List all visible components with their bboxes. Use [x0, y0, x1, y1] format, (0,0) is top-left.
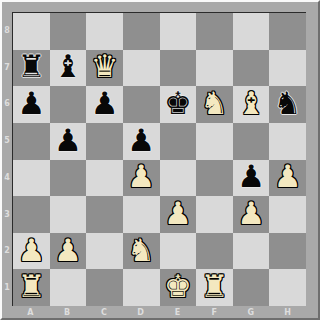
- piece-white-rook-f1[interactable]: ♜: [201, 271, 229, 302]
- piece-black-pawn-c6[interactable]: ♟: [91, 88, 119, 119]
- chess-board: ♜♝♛♟♟♚♞♝♞♟♟♟♟♟♟♟♟♟♞♜♚♜: [12, 12, 306, 306]
- piece-white-pawn-h4[interactable]: ♟: [274, 161, 302, 192]
- piece-black-king-e6[interactable]: ♚: [164, 88, 192, 119]
- square-e7[interactable]: [160, 50, 197, 87]
- piece-white-bishop-g6[interactable]: ♝: [237, 88, 265, 119]
- square-f8[interactable]: [196, 13, 233, 50]
- file-label-c: C: [86, 306, 123, 318]
- square-h6[interactable]: ♞: [269, 86, 306, 123]
- square-a6[interactable]: ♟: [13, 86, 50, 123]
- file-label-g: G: [233, 306, 270, 318]
- rank-label-5: 5: [2, 122, 12, 159]
- square-g6[interactable]: ♝: [233, 86, 270, 123]
- square-g2[interactable]: [233, 233, 270, 270]
- piece-white-knight-f6[interactable]: ♞: [201, 88, 229, 119]
- square-b5[interactable]: ♟: [50, 123, 87, 160]
- square-f4[interactable]: [196, 160, 233, 197]
- square-b4[interactable]: [50, 160, 87, 197]
- rank-label-3: 3: [2, 196, 12, 233]
- square-g7[interactable]: [233, 50, 270, 87]
- square-c8[interactable]: [86, 13, 123, 50]
- rank-label-2: 2: [2, 233, 12, 270]
- square-d3[interactable]: [123, 196, 160, 233]
- square-f1[interactable]: ♜: [196, 269, 233, 306]
- square-e4[interactable]: [160, 160, 197, 197]
- piece-black-pawn-d5[interactable]: ♟: [127, 125, 155, 156]
- square-f2[interactable]: [196, 233, 233, 270]
- square-f5[interactable]: [196, 123, 233, 160]
- square-b8[interactable]: [50, 13, 87, 50]
- square-h3[interactable]: [269, 196, 306, 233]
- square-b6[interactable]: [50, 86, 87, 123]
- piece-black-pawn-b5[interactable]: ♟: [54, 125, 82, 156]
- square-c1[interactable]: [86, 269, 123, 306]
- rank-label-6: 6: [2, 86, 12, 123]
- square-c3[interactable]: [86, 196, 123, 233]
- square-d5[interactable]: ♟: [123, 123, 160, 160]
- rank-label-4: 4: [2, 159, 12, 196]
- square-b3[interactable]: [50, 196, 87, 233]
- piece-black-knight-h6[interactable]: ♞: [274, 88, 302, 119]
- square-e1[interactable]: ♚: [160, 269, 197, 306]
- square-f3[interactable]: [196, 196, 233, 233]
- rank-label-1: 1: [2, 269, 12, 306]
- piece-white-pawn-e3[interactable]: ♟: [164, 198, 192, 229]
- square-c4[interactable]: [86, 160, 123, 197]
- square-e3[interactable]: ♟: [160, 196, 197, 233]
- piece-black-pawn-g4[interactable]: ♟: [237, 161, 265, 192]
- square-a5[interactable]: [13, 123, 50, 160]
- square-a2[interactable]: ♟: [13, 233, 50, 270]
- rank-labels: 87654321: [2, 12, 12, 306]
- piece-white-queen-c7[interactable]: ♛: [91, 51, 119, 82]
- square-a7[interactable]: ♜: [13, 50, 50, 87]
- square-b1[interactable]: [50, 269, 87, 306]
- square-g1[interactable]: [233, 269, 270, 306]
- square-b2[interactable]: ♟: [50, 233, 87, 270]
- square-d8[interactable]: [123, 13, 160, 50]
- square-f7[interactable]: [196, 50, 233, 87]
- chess-diagram: ♜♝♛♟♟♚♞♝♞♟♟♟♟♟♟♟♟♟♞♜♚♜ 87654321 ABCDEFGH: [0, 0, 320, 320]
- piece-white-pawn-a2[interactable]: ♟: [17, 235, 45, 266]
- rank-label-7: 7: [2, 49, 12, 86]
- square-h2[interactable]: [269, 233, 306, 270]
- piece-white-king-e1[interactable]: ♚: [164, 271, 192, 302]
- file-label-f: F: [196, 306, 233, 318]
- square-g3[interactable]: ♟: [233, 196, 270, 233]
- piece-white-pawn-b2[interactable]: ♟: [54, 235, 82, 266]
- square-c7[interactable]: ♛: [86, 50, 123, 87]
- piece-black-bishop-b7[interactable]: ♝: [54, 51, 82, 82]
- file-labels: ABCDEFGH: [12, 306, 306, 318]
- square-e6[interactable]: ♚: [160, 86, 197, 123]
- square-g8[interactable]: [233, 13, 270, 50]
- square-e2[interactable]: [160, 233, 197, 270]
- square-a3[interactable]: [13, 196, 50, 233]
- square-h7[interactable]: [269, 50, 306, 87]
- square-h4[interactable]: ♟: [269, 160, 306, 197]
- square-a8[interactable]: [13, 13, 50, 50]
- piece-black-pawn-a6[interactable]: ♟: [17, 88, 45, 119]
- square-d7[interactable]: [123, 50, 160, 87]
- piece-white-pawn-d4[interactable]: ♟: [127, 161, 155, 192]
- piece-white-knight-d2[interactable]: ♞: [127, 235, 155, 266]
- square-b7[interactable]: ♝: [50, 50, 87, 87]
- file-label-d: D: [122, 306, 159, 318]
- rank-label-8: 8: [2, 12, 12, 49]
- square-c6[interactable]: ♟: [86, 86, 123, 123]
- square-e8[interactable]: [160, 13, 197, 50]
- square-g5[interactable]: [233, 123, 270, 160]
- piece-white-pawn-g3[interactable]: ♟: [237, 198, 265, 229]
- file-label-a: A: [12, 306, 49, 318]
- square-e5[interactable]: [160, 123, 197, 160]
- square-d2[interactable]: ♞: [123, 233, 160, 270]
- square-d6[interactable]: [123, 86, 160, 123]
- square-g4[interactable]: ♟: [233, 160, 270, 197]
- piece-white-rook-a1[interactable]: ♜: [17, 271, 45, 302]
- square-h8[interactable]: [269, 13, 306, 50]
- square-h1[interactable]: [269, 269, 306, 306]
- file-label-e: E: [159, 306, 196, 318]
- square-c5[interactable]: [86, 123, 123, 160]
- file-label-h: H: [269, 306, 306, 318]
- square-a1[interactable]: ♜: [13, 269, 50, 306]
- square-a4[interactable]: [13, 160, 50, 197]
- square-d4[interactable]: ♟: [123, 160, 160, 197]
- square-h5[interactable]: [269, 123, 306, 160]
- square-f6[interactable]: ♞: [196, 86, 233, 123]
- square-d1[interactable]: [123, 269, 160, 306]
- piece-black-rook-a7[interactable]: ♜: [17, 51, 45, 82]
- square-c2[interactable]: [86, 233, 123, 270]
- file-label-b: B: [49, 306, 86, 318]
